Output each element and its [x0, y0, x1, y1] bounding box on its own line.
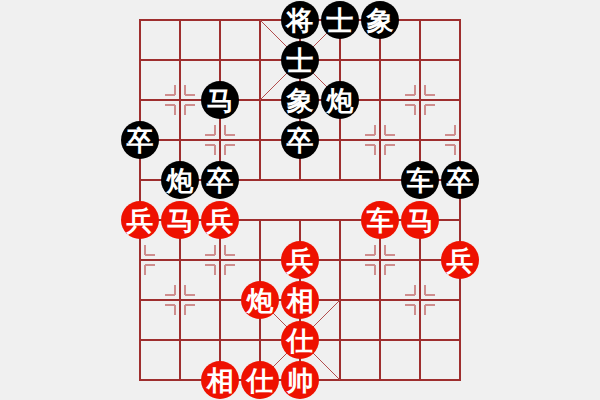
piece-black-general[interactable]: 将 [281, 1, 319, 39]
piece-red-chariot[interactable]: 车 [361, 201, 399, 239]
piece-black-elephant[interactable]: 象 [281, 81, 319, 119]
piece-red-elephant[interactable]: 相 [281, 281, 319, 319]
piece-red-soldier[interactable]: 兵 [441, 241, 479, 279]
xiangqi-board[interactable]: 将士象士马象炮卒卒炮卒车卒兵马兵车马兵兵炮相仕相仕帅 [0, 0, 600, 400]
piece-red-elephant[interactable]: 相 [201, 361, 239, 399]
piece-black-chariot[interactable]: 车 [401, 161, 439, 199]
piece-black-cannon[interactable]: 炮 [321, 81, 359, 119]
piece-black-advisor[interactable]: 士 [281, 41, 319, 79]
piece-red-cannon[interactable]: 炮 [241, 281, 279, 319]
piece-red-general[interactable]: 帅 [281, 361, 319, 399]
piece-black-horse[interactable]: 马 [201, 81, 239, 119]
piece-black-soldier[interactable]: 卒 [121, 121, 159, 159]
piece-red-advisor[interactable]: 仕 [281, 321, 319, 359]
piece-black-soldier[interactable]: 卒 [201, 161, 239, 199]
piece-red-soldier[interactable]: 兵 [201, 201, 239, 239]
piece-black-advisor[interactable]: 士 [321, 1, 359, 39]
piece-red-advisor[interactable]: 仕 [241, 361, 279, 399]
piece-red-soldier[interactable]: 兵 [121, 201, 159, 239]
piece-black-soldier[interactable]: 卒 [441, 161, 479, 199]
piece-red-horse[interactable]: 马 [161, 201, 199, 239]
piece-black-cannon[interactable]: 炮 [161, 161, 199, 199]
piece-red-horse[interactable]: 马 [401, 201, 439, 239]
piece-black-elephant[interactable]: 象 [361, 1, 399, 39]
piece-red-soldier[interactable]: 兵 [281, 241, 319, 279]
piece-black-soldier[interactable]: 卒 [281, 121, 319, 159]
